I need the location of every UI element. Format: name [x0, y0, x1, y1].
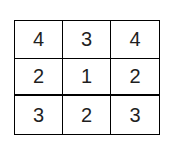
cell-r3c1: 3: [15, 96, 63, 134]
cell-r1c3: 4: [111, 21, 159, 59]
cell-r2c2: 1: [63, 59, 111, 97]
cell-r2c1: 2: [15, 59, 63, 97]
cell-r3c2: 2: [63, 96, 111, 134]
cell-r2c3: 2: [111, 59, 159, 97]
cell-r1c2: 3: [63, 21, 111, 59]
cell-r3c3: 3: [111, 96, 159, 134]
cell-r1c1: 4: [15, 21, 63, 59]
puzzle-grid: 4 3 4 2 1 2 3 2 3: [14, 20, 160, 135]
